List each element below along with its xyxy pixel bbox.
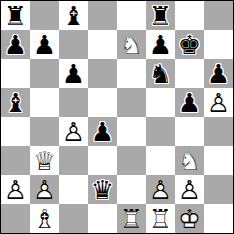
piece-black-pawn: ♟ [30, 30, 59, 59]
square-h6[interactable]: ♟ [204, 59, 233, 88]
piece-white-knight: ♞♘ [175, 146, 204, 175]
square-a3[interactable] [1, 146, 30, 175]
piece-black-queen: ♛ [88, 175, 117, 204]
black-piece-glyph: ♝ [59, 1, 88, 30]
piece-black-pawn: ♟ [88, 117, 117, 146]
piece-black-pawn: ♟ [204, 59, 233, 88]
square-e4[interactable] [117, 117, 146, 146]
square-b7[interactable]: ♟ [30, 30, 59, 59]
square-a2[interactable]: ♟♙ [1, 175, 30, 204]
white-piece-outline-glyph: ♔ [175, 204, 204, 233]
square-d3[interactable] [88, 146, 117, 175]
square-b3[interactable]: ♛♕ [30, 146, 59, 175]
square-b2[interactable]: ♟♙ [30, 175, 59, 204]
white-piece-fill-glyph: ♟ [175, 175, 204, 204]
piece-white-knight: ♞♘ [117, 30, 146, 59]
square-d4[interactable]: ♟ [88, 117, 117, 146]
square-g5[interactable]: ♟ [175, 88, 204, 117]
square-f2[interactable]: ♟♙ [146, 175, 175, 204]
square-e1[interactable]: ♜♖ [117, 204, 146, 233]
piece-white-pawn: ♟♙ [175, 175, 204, 204]
black-piece-glyph: ♟ [204, 59, 233, 88]
white-piece-fill-glyph: ♞ [175, 146, 204, 175]
square-g4[interactable] [175, 117, 204, 146]
white-piece-outline-glyph: ♙ [175, 175, 204, 204]
square-e8[interactable] [117, 1, 146, 30]
white-piece-fill-glyph: ♟ [204, 88, 233, 117]
square-c8[interactable]: ♝ [59, 1, 88, 30]
black-piece-glyph: ♞ [146, 59, 175, 88]
black-piece-glyph: ♟ [1, 30, 30, 59]
square-g2[interactable]: ♟♙ [175, 175, 204, 204]
white-piece-outline-glyph: ♘ [117, 30, 146, 59]
square-e3[interactable] [117, 146, 146, 175]
white-piece-outline-glyph: ♖ [146, 204, 175, 233]
square-e7[interactable]: ♞♘ [117, 30, 146, 59]
piece-black-bishop: ♝ [59, 1, 88, 30]
white-piece-outline-glyph: ♘ [175, 146, 204, 175]
black-piece-glyph: ♜ [1, 1, 30, 30]
piece-white-bishop: ♝♗ [30, 204, 59, 233]
square-c4[interactable]: ♟♙ [59, 117, 88, 146]
piece-white-pawn: ♟♙ [146, 175, 175, 204]
square-h4[interactable] [204, 117, 233, 146]
square-c6[interactable]: ♟ [59, 59, 88, 88]
square-f3[interactable] [146, 146, 175, 175]
square-c5[interactable] [59, 88, 88, 117]
square-e6[interactable] [117, 59, 146, 88]
white-piece-fill-glyph: ♚ [175, 204, 204, 233]
square-g7[interactable]: ♚ [175, 30, 204, 59]
square-f5[interactable] [146, 88, 175, 117]
white-piece-fill-glyph: ♟ [1, 175, 30, 204]
square-f1[interactable]: ♜♖ [146, 204, 175, 233]
square-h3[interactable] [204, 146, 233, 175]
square-c2[interactable] [59, 175, 88, 204]
square-d5[interactable] [88, 88, 117, 117]
piece-black-pawn: ♟ [175, 88, 204, 117]
piece-white-pawn: ♟♙ [59, 117, 88, 146]
white-piece-fill-glyph: ♟ [146, 175, 175, 204]
square-h7[interactable] [204, 30, 233, 59]
black-piece-glyph: ♟ [88, 117, 117, 146]
piece-black-bishop: ♝ [1, 88, 30, 117]
square-e5[interactable] [117, 88, 146, 117]
square-d7[interactable] [88, 30, 117, 59]
square-c7[interactable] [59, 30, 88, 59]
white-piece-fill-glyph: ♛ [30, 146, 59, 175]
square-f4[interactable] [146, 117, 175, 146]
white-piece-outline-glyph: ♙ [1, 175, 30, 204]
black-piece-glyph: ♟ [59, 59, 88, 88]
black-piece-glyph: ♜ [146, 1, 175, 30]
square-d6[interactable] [88, 59, 117, 88]
square-g8[interactable] [175, 1, 204, 30]
white-piece-outline-glyph: ♖ [117, 204, 146, 233]
piece-white-rook: ♜♖ [117, 204, 146, 233]
square-h8[interactable] [204, 1, 233, 30]
white-piece-fill-glyph: ♟ [30, 175, 59, 204]
black-piece-glyph: ♚ [175, 30, 204, 59]
square-d2[interactable]: ♛ [88, 175, 117, 204]
square-h5[interactable]: ♟♙ [204, 88, 233, 117]
white-piece-fill-glyph: ♟ [59, 117, 88, 146]
white-piece-outline-glyph: ♙ [204, 88, 233, 117]
square-b1[interactable]: ♝♗ [30, 204, 59, 233]
piece-black-rook: ♜ [146, 1, 175, 30]
square-a8[interactable]: ♜ [1, 1, 30, 30]
black-piece-glyph: ♛ [88, 175, 117, 204]
square-f6[interactable]: ♞ [146, 59, 175, 88]
white-piece-outline-glyph: ♙ [30, 175, 59, 204]
square-c1[interactable] [59, 204, 88, 233]
piece-white-king: ♚♔ [175, 204, 204, 233]
piece-white-rook: ♜♖ [146, 204, 175, 233]
white-piece-outline-glyph: ♙ [146, 175, 175, 204]
piece-black-pawn: ♟ [1, 30, 30, 59]
white-piece-outline-glyph: ♕ [30, 146, 59, 175]
white-piece-fill-glyph: ♜ [146, 204, 175, 233]
black-piece-glyph: ♟ [30, 30, 59, 59]
piece-white-pawn: ♟♙ [30, 175, 59, 204]
white-piece-outline-glyph: ♙ [59, 117, 88, 146]
square-h2[interactable] [204, 175, 233, 204]
square-a4[interactable] [1, 117, 30, 146]
piece-black-king: ♚ [175, 30, 204, 59]
black-piece-glyph: ♟ [146, 30, 175, 59]
square-a6[interactable] [1, 59, 30, 88]
square-h1[interactable] [204, 204, 233, 233]
white-piece-outline-glyph: ♗ [30, 204, 59, 233]
white-piece-fill-glyph: ♞ [117, 30, 146, 59]
black-piece-glyph: ♟ [175, 88, 204, 117]
piece-black-pawn: ♟ [146, 30, 175, 59]
piece-black-pawn: ♟ [59, 59, 88, 88]
chess-board: ♜♝♜♟♟♞♘♟♚♟♞♟♝♟♟♙♟♙♟♛♕♞♘♟♙♟♙♛♟♙♟♙♝♗♜♖♜♖♚♔ [0, 0, 234, 234]
square-d1[interactable] [88, 204, 117, 233]
square-a5[interactable]: ♝ [1, 88, 30, 117]
white-piece-fill-glyph: ♜ [117, 204, 146, 233]
piece-black-knight: ♞ [146, 59, 175, 88]
piece-white-pawn: ♟♙ [204, 88, 233, 117]
square-b6[interactable] [30, 59, 59, 88]
square-f7[interactable]: ♟ [146, 30, 175, 59]
square-e2[interactable] [117, 175, 146, 204]
square-f8[interactable]: ♜ [146, 1, 175, 30]
piece-black-rook: ♜ [1, 1, 30, 30]
black-piece-glyph: ♝ [1, 88, 30, 117]
square-g3[interactable]: ♞♘ [175, 146, 204, 175]
square-a1[interactable] [1, 204, 30, 233]
square-g6[interactable] [175, 59, 204, 88]
square-c3[interactable] [59, 146, 88, 175]
square-b5[interactable] [30, 88, 59, 117]
square-d8[interactable] [88, 1, 117, 30]
white-piece-fill-glyph: ♝ [30, 204, 59, 233]
square-g1[interactable]: ♚♔ [175, 204, 204, 233]
square-b8[interactable] [30, 1, 59, 30]
square-b4[interactable] [30, 117, 59, 146]
piece-white-pawn: ♟♙ [1, 175, 30, 204]
square-a7[interactable]: ♟ [1, 30, 30, 59]
piece-white-queen: ♛♕ [30, 146, 59, 175]
